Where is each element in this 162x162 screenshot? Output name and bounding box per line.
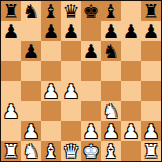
square-e8[interactable]: ♚ [81,1,101,21]
piece-black-bishop-f8[interactable]: ♝ [102,1,119,20]
square-d1[interactable]: ♛ [61,141,81,161]
square-f5[interactable] [101,61,121,81]
square-b6[interactable]: ♟ [21,41,41,61]
piece-white-pawn-f2[interactable]: ♟ [102,121,119,140]
square-f7[interactable]: ♟ [101,21,121,41]
square-e7[interactable] [81,21,101,41]
piece-white-pawn-g2[interactable]: ♟ [122,121,139,140]
piece-black-pawn-a7[interactable]: ♟ [2,21,19,40]
piece-black-bishop-c8[interactable]: ♝ [42,1,59,20]
square-b1[interactable]: ♞ [21,141,41,161]
square-e4[interactable] [81,81,101,101]
square-b2[interactable]: ♟ [21,121,41,141]
piece-white-bishop-f1[interactable]: ♝ [102,141,119,160]
square-a1[interactable]: ♜ [1,141,21,161]
piece-black-pawn-e6[interactable]: ♟ [82,41,99,60]
piece-white-pawn-h2[interactable]: ♟ [142,121,159,140]
square-a5[interactable] [1,61,21,81]
square-f1[interactable]: ♝ [101,141,121,161]
square-a3[interactable]: ♟ [1,101,21,121]
square-b4[interactable] [21,81,41,101]
piece-white-king-e1[interactable]: ♚ [82,141,99,160]
piece-black-pawn-g7[interactable]: ♟ [122,21,139,40]
square-d6[interactable] [61,41,81,61]
square-a7[interactable]: ♟ [1,21,21,41]
square-g4[interactable] [121,81,141,101]
square-a2[interactable] [1,121,21,141]
piece-white-queen-d1[interactable]: ♛ [62,141,79,160]
piece-white-pawn-d4[interactable]: ♟ [62,81,79,100]
square-e6[interactable]: ♟ [81,41,101,61]
square-c7[interactable]: ♟ [41,21,61,41]
square-e2[interactable]: ♟ [81,121,101,141]
square-b5[interactable] [21,61,41,81]
square-c5[interactable] [41,61,61,81]
square-g2[interactable]: ♟ [121,121,141,141]
square-a6[interactable] [1,41,21,61]
square-h4[interactable] [141,81,161,101]
square-g5[interactable] [121,61,141,81]
piece-black-rook-h8[interactable]: ♜ [142,1,159,20]
square-c2[interactable] [41,121,61,141]
piece-white-pawn-e2[interactable]: ♟ [82,121,99,140]
piece-white-knight-f3[interactable]: ♞ [102,101,119,120]
square-e1[interactable]: ♚ [81,141,101,161]
square-f2[interactable]: ♟ [101,121,121,141]
square-d5[interactable] [61,61,81,81]
piece-white-rook-h1[interactable]: ♜ [142,141,159,160]
piece-white-bishop-c1[interactable]: ♝ [42,141,59,160]
square-f8[interactable]: ♝ [101,1,121,21]
piece-black-king-e8[interactable]: ♚ [82,1,99,20]
square-c8[interactable]: ♝ [41,1,61,21]
square-g3[interactable] [121,101,141,121]
square-a4[interactable] [1,81,21,101]
square-f4[interactable] [101,81,121,101]
square-h5[interactable] [141,61,161,81]
square-h3[interactable] [141,101,161,121]
square-f3[interactable]: ♞ [101,101,121,121]
square-e3[interactable] [81,101,101,121]
piece-white-knight-b1[interactable]: ♞ [22,141,39,160]
square-h6[interactable] [141,41,161,61]
piece-white-pawn-a3[interactable]: ♟ [2,101,19,120]
piece-black-queen-d8[interactable]: ♛ [62,1,79,20]
square-d7[interactable]: ♟ [61,21,81,41]
square-d2[interactable] [61,121,81,141]
square-b8[interactable]: ♞ [21,1,41,21]
piece-black-rook-a8[interactable]: ♜ [2,1,19,20]
square-d4[interactable]: ♟ [61,81,81,101]
square-g8[interactable] [121,1,141,21]
piece-black-knight-b8[interactable]: ♞ [22,1,39,20]
square-d8[interactable]: ♛ [61,1,81,21]
square-h1[interactable]: ♜ [141,141,161,161]
square-c3[interactable] [41,101,61,121]
square-b3[interactable] [21,101,41,121]
square-g1[interactable] [121,141,141,161]
square-c4[interactable]: ♟ [41,81,61,101]
square-c1[interactable]: ♝ [41,141,61,161]
square-c6[interactable] [41,41,61,61]
square-e5[interactable] [81,61,101,81]
piece-black-pawn-b6[interactable]: ♟ [22,41,39,60]
piece-black-knight-f6[interactable]: ♞ [102,41,119,60]
square-a8[interactable]: ♜ [1,1,21,21]
piece-black-pawn-d7[interactable]: ♟ [62,21,79,40]
square-f6[interactable]: ♞ [101,41,121,61]
piece-white-pawn-b2[interactable]: ♟ [22,121,39,140]
piece-black-pawn-c7[interactable]: ♟ [42,21,59,40]
piece-black-pawn-f7[interactable]: ♟ [102,21,119,40]
square-h7[interactable]: ♟ [141,21,161,41]
piece-white-rook-a1[interactable]: ♜ [2,141,19,160]
piece-black-pawn-h7[interactable]: ♟ [142,21,159,40]
square-b7[interactable] [21,21,41,41]
square-d3[interactable] [61,101,81,121]
square-g7[interactable]: ♟ [121,21,141,41]
square-h8[interactable]: ♜ [141,1,161,21]
piece-white-pawn-c4[interactable]: ♟ [42,81,59,100]
square-g6[interactable] [121,41,141,61]
chess-board: ♜♞♝♛♚♝♜♟♟♟♟♟♟♟♟♞♟♟♟♞♟♟♟♟♟♜♞♝♛♚♝♜ [0,0,162,162]
square-h2[interactable]: ♟ [141,121,161,141]
